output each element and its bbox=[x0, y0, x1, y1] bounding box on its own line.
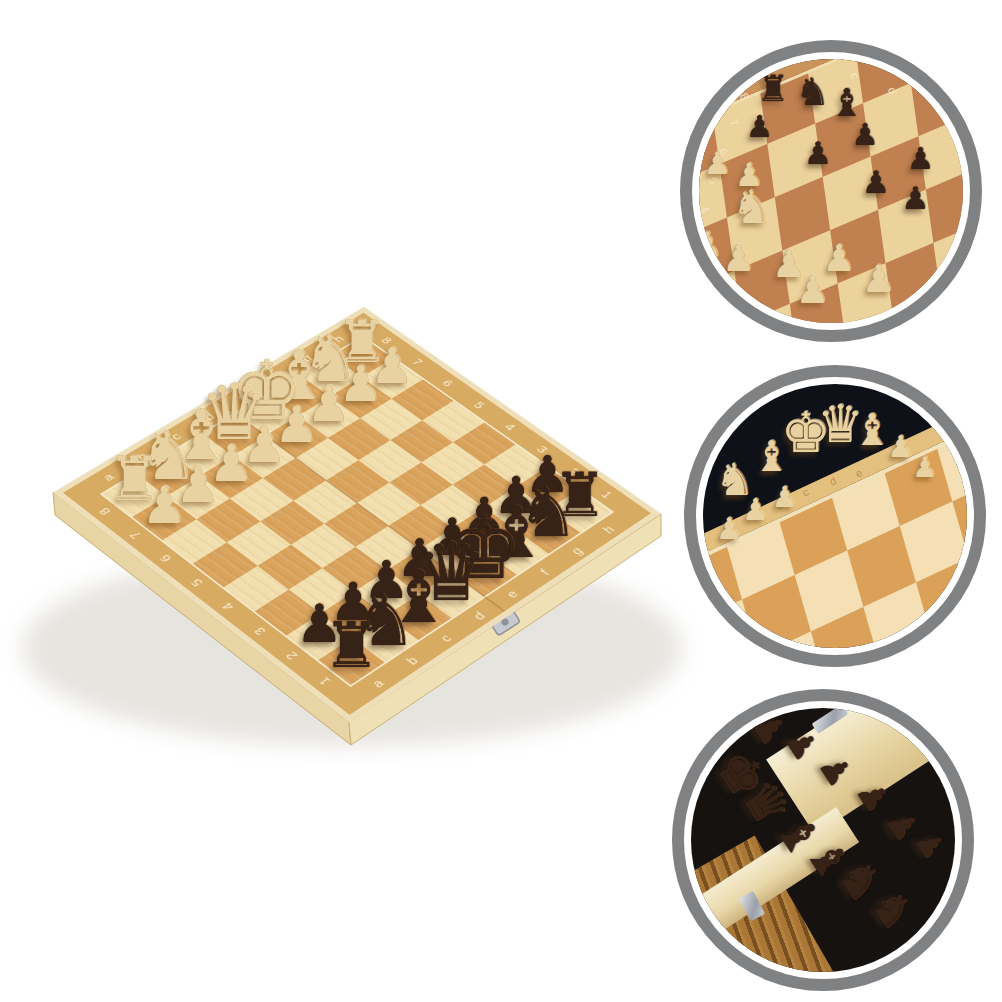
file-label: c bbox=[168, 431, 183, 442]
board-squares-grid bbox=[100, 335, 614, 687]
inset3-pieces-layer: ♟♟♟♟♟♚♛♝♝♞♞♟ bbox=[691, 708, 955, 972]
inset-piece-light-P: ♟ bbox=[772, 245, 806, 283]
inset-piece-light-P: ♟ bbox=[888, 432, 915, 462]
rank-label: 1 bbox=[599, 489, 615, 500]
inset-piece-dark-P: ♟ bbox=[909, 825, 949, 864]
inset-piece-light-P: ♟ bbox=[716, 514, 743, 544]
inset-piece-light-B: ♝ bbox=[852, 408, 891, 452]
file-label: e bbox=[503, 588, 520, 600]
rank-label: 5 bbox=[471, 400, 487, 410]
inset-piece-dark-N: ♞ bbox=[795, 73, 829, 111]
inset-piece-dark-P: ♟ bbox=[907, 144, 934, 174]
file-label: c bbox=[437, 632, 453, 644]
file-label: h bbox=[330, 333, 346, 343]
chess-board: abcdefgh abcdefgh 87654321 87654321 bbox=[53, 307, 661, 723]
inset2-photo: ♞♝♚♛♝♟♟♟♟♟654bcde bbox=[703, 384, 967, 648]
rank-label: 8 bbox=[379, 335, 395, 345]
file-label: f bbox=[268, 373, 281, 382]
rank-label: 5 bbox=[188, 577, 205, 589]
product-photo-stage: abcdefgh abcdefgh 87654321 87654321 ♜♞♝♛… bbox=[0, 0, 1002, 1002]
inset-piece-dark-R: ♜ bbox=[757, 72, 789, 108]
inset1-photo: ♜♞♝♟♟♟♟♟♟♟♟♞♟♟♟♟♟♟87654cd bbox=[699, 59, 963, 323]
inset-circle-storage-box: ♟♟♟♟♟♚♛♝♝♞♞♟ bbox=[672, 689, 974, 991]
inset-piece-light-P: ♟ bbox=[735, 159, 764, 191]
rank-label: 1 bbox=[315, 675, 332, 687]
rank-label: 6 bbox=[157, 553, 174, 564]
inset-piece-dark-P: ♟ bbox=[804, 138, 832, 169]
inset-piece-light-B: ♝ bbox=[753, 435, 791, 477]
inset-piece-dark-P: ♟ bbox=[851, 776, 895, 819]
inset-piece-dark-B: ♝ bbox=[830, 84, 864, 122]
inset-piece-dark-Q: ♛ bbox=[732, 771, 798, 836]
inset-piece-light-N: ♞ bbox=[731, 185, 772, 231]
inset-circle-light-pieces-closeup: ♞♝♚♛♝♟♟♟♟♟654bcde bbox=[684, 365, 986, 667]
inset-piece-light-P: ♟ bbox=[912, 454, 937, 482]
rank-label: 8 bbox=[96, 506, 113, 517]
file-label: d bbox=[470, 610, 487, 622]
inset-piece-light-P: ♟ bbox=[699, 228, 723, 263]
rank-label: 7 bbox=[126, 529, 143, 540]
inset-coordinate-label: c bbox=[801, 486, 811, 498]
inset1-pieces-layer: ♜♞♝♟♟♟♟♟♟♟♟♞♟♟♟♟♟♟87654cd bbox=[699, 59, 963, 323]
file-label: e bbox=[234, 391, 250, 402]
inset3-photo: ♟♟♟♟♟♚♛♝♝♞♞♟ bbox=[691, 708, 955, 972]
inset-piece-dark-P: ♟ bbox=[880, 805, 924, 848]
inset-piece-light-Q: ♛ bbox=[817, 398, 864, 450]
inset-coordinate-label: 4 bbox=[699, 204, 711, 215]
inset2-pieces-layer: ♞♝♚♛♝♟♟♟♟♟654bcde bbox=[703, 384, 967, 648]
inset-piece-dark-N: ♞ bbox=[829, 850, 890, 910]
inset-piece-dark-K: ♚ bbox=[707, 740, 776, 807]
inset-coordinate-label: 5 bbox=[742, 617, 755, 628]
inset-piece-light-K: ♚ bbox=[781, 406, 831, 462]
inset-piece-dark-P: ♟ bbox=[779, 722, 824, 766]
file-label: a bbox=[369, 677, 386, 690]
rank-label: 4 bbox=[219, 601, 236, 613]
inset-piece-light-N: ♞ bbox=[715, 458, 754, 502]
rank-label: 3 bbox=[534, 444, 550, 455]
inset-piece-light-P: ♟ bbox=[722, 240, 755, 277]
inset-piece-light-P: ♟ bbox=[822, 240, 855, 277]
inset-coordinate-label: c bbox=[849, 70, 861, 80]
inset-coordinate-label: 6 bbox=[717, 146, 730, 157]
inset-coordinate-label: b bbox=[775, 499, 785, 512]
inset-piece-light-P: ♟ bbox=[742, 495, 769, 525]
inset-coordinate-label: d bbox=[886, 86, 899, 97]
inset-coordinate-label: 4 bbox=[766, 635, 779, 646]
inset-circle-midgame-closeup: ♜♞♝♟♟♟♟♟♟♟♟♞♟♟♟♟♟♟87654cd bbox=[680, 40, 982, 342]
inset-coordinate-label: 7 bbox=[727, 117, 740, 128]
rank-label: 2 bbox=[283, 650, 300, 662]
inset-piece-dark-N: ♞ bbox=[862, 881, 920, 938]
inset-coordinate-label: 6 bbox=[724, 593, 737, 604]
file-label: b bbox=[134, 451, 150, 462]
inset-piece-dark-B: ♝ bbox=[799, 831, 857, 888]
inset-piece-dark-P: ♟ bbox=[852, 120, 879, 150]
inset-piece-dark-P: ♟ bbox=[814, 749, 859, 793]
file-label: f bbox=[537, 567, 551, 577]
inset-piece-light-P: ♟ bbox=[795, 271, 829, 309]
rank-label: 4 bbox=[503, 422, 519, 433]
inset-coordinate-label: d bbox=[828, 476, 838, 489]
inset-coordinate-label: 8 bbox=[738, 91, 751, 102]
rank-label: 7 bbox=[410, 357, 426, 367]
file-label: g bbox=[299, 352, 315, 363]
inset-piece-light-P: ♟ bbox=[861, 261, 895, 299]
inset-piece-light-P: ♟ bbox=[772, 483, 798, 512]
file-label: a bbox=[100, 471, 116, 482]
rank-label: 2 bbox=[566, 466, 582, 477]
inset-piece-dark-B: ♝ bbox=[769, 806, 830, 866]
inset-piece-dark-P: ♟ bbox=[902, 183, 930, 214]
rank-label: 3 bbox=[251, 625, 268, 637]
file-label: h bbox=[600, 524, 617, 536]
file-label: g bbox=[568, 545, 585, 557]
file-label: b bbox=[403, 654, 420, 666]
inset-piece-dark-P: ♟ bbox=[746, 112, 773, 142]
inset-piece-dark-P: ♟ bbox=[744, 708, 792, 751]
rank-label: 6 bbox=[440, 378, 456, 388]
inset-coordinate-label: e bbox=[854, 468, 864, 481]
inset-piece-light-P: ♟ bbox=[704, 149, 732, 180]
inset-piece-dark-P: ♟ bbox=[862, 167, 890, 198]
inset-coordinate-label: 5 bbox=[706, 175, 719, 186]
file-label: d bbox=[201, 411, 217, 422]
